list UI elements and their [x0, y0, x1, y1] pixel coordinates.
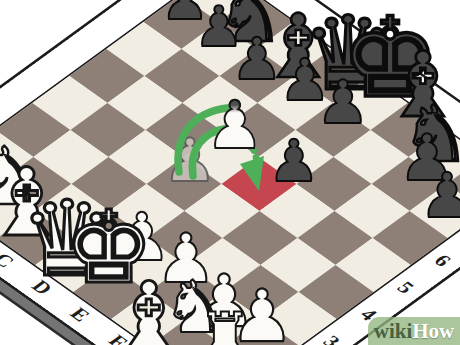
watermark-how-text: How	[412, 319, 454, 344]
illustration-canvas: ABCDEFGH12345678 ♞♝♛♚♝♞♟♟♟♟♟♟♟♟♟♟♞♝♛♚♝♞♜…	[0, 0, 460, 345]
watermark-wiki-text: wiki	[374, 319, 413, 344]
black-pawn-e6: ♟	[268, 132, 320, 190]
rank-label-3: 3	[318, 332, 345, 345]
black-pawn-e7: ♟	[316, 72, 370, 132]
file-label-E: E	[65, 304, 95, 325]
black-pawn-h7: ♟	[419, 165, 460, 227]
white-pawn-d5: ♟	[205, 93, 264, 159]
wikihow-watermark: wikiHow	[368, 317, 460, 345]
white-rook-h1: ♜	[198, 304, 252, 345]
rank-label-5: 5	[392, 278, 419, 297]
rank-label-6: 6	[429, 251, 456, 270]
white-bishop-f1: ♝	[106, 270, 191, 345]
